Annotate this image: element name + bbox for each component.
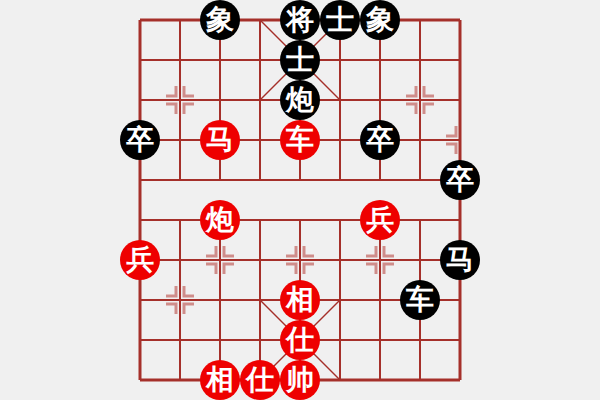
piece-black-advisor[interactable]: 士 xyxy=(280,40,320,80)
piece-red-elephant[interactable]: 相 xyxy=(200,360,240,400)
piece-black-horse[interactable]: 马 xyxy=(440,240,480,280)
pieces-layer: 象将士象士炮卒卒卒马车马车炮兵兵相仕相仕帅 xyxy=(120,0,480,400)
xiangqi-board: 象将士象士炮卒卒卒马车马车炮兵兵相仕相仕帅 xyxy=(0,0,600,400)
piece-black-advisor[interactable]: 士 xyxy=(320,0,360,40)
piece-black-soldier[interactable]: 卒 xyxy=(120,120,160,160)
piece-red-soldier[interactable]: 兵 xyxy=(360,200,400,240)
piece-black-chariot[interactable]: 车 xyxy=(400,280,440,320)
piece-red-horse[interactable]: 马 xyxy=(200,120,240,160)
piece-black-elephant[interactable]: 象 xyxy=(360,0,400,40)
piece-red-king[interactable]: 帅 xyxy=(280,360,320,400)
piece-red-chariot[interactable]: 车 xyxy=(280,120,320,160)
piece-red-soldier[interactable]: 兵 xyxy=(120,240,160,280)
piece-red-advisor[interactable]: 仕 xyxy=(280,320,320,360)
piece-red-elephant[interactable]: 相 xyxy=(280,280,320,320)
piece-black-soldier[interactable]: 卒 xyxy=(440,160,480,200)
piece-black-elephant[interactable]: 象 xyxy=(200,0,240,40)
piece-black-cannon[interactable]: 炮 xyxy=(280,80,320,120)
piece-black-king[interactable]: 将 xyxy=(280,0,320,40)
piece-black-soldier[interactable]: 卒 xyxy=(360,120,400,160)
piece-red-cannon[interactable]: 炮 xyxy=(200,200,240,240)
piece-red-advisor[interactable]: 仕 xyxy=(240,360,280,400)
